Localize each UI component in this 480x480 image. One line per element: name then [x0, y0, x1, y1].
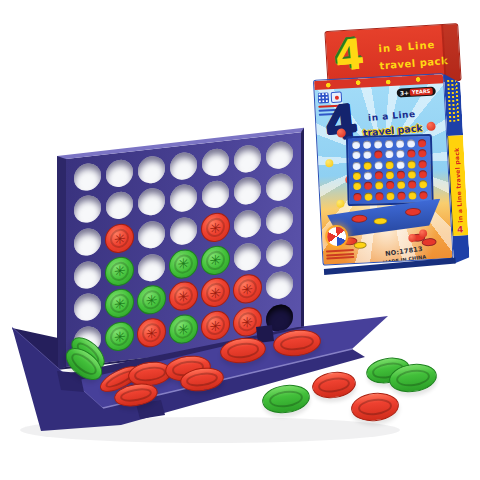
empty-hole — [234, 209, 261, 239]
red-disc: ✳ — [201, 309, 230, 341]
mini-yellow-disc — [397, 181, 405, 189]
mini-red-disc — [375, 171, 383, 179]
cell-r4c5: ✳ — [199, 242, 231, 278]
cell-r3c6 — [231, 206, 263, 242]
empty-hole — [74, 227, 101, 257]
mini-hole — [352, 141, 360, 149]
cell-r1c4 — [168, 148, 200, 184]
cell-r2c6 — [231, 173, 263, 209]
cell-r6c2: ✳ — [104, 318, 136, 354]
mini-yellow-disc — [353, 182, 361, 190]
age-badge-word: YEARS — [410, 88, 433, 96]
mini-yellow-disc — [408, 171, 416, 179]
mini-yellow-disc — [375, 182, 383, 190]
mini-hole — [374, 161, 382, 169]
flap-line2: travel pack — [379, 55, 448, 71]
cell-r3c3 — [136, 217, 168, 253]
flap-line1: in a Line — [378, 39, 436, 54]
cell-r4c6 — [231, 239, 263, 275]
mini-red-disc — [353, 193, 361, 201]
cell-r4c1 — [72, 257, 104, 293]
age-badge-prefix: 3+ — [400, 89, 410, 95]
empty-hole — [74, 260, 101, 290]
spine-four-glyph: 4 — [457, 224, 464, 234]
mini-red-disc — [419, 170, 427, 178]
empty-hole — [234, 242, 261, 272]
mini-yellow-disc — [409, 191, 417, 199]
cell-r6c3: ✳ — [136, 315, 168, 351]
cell-r5c4: ✳ — [168, 278, 200, 314]
mini-hole — [407, 140, 415, 148]
cell-r6c4: ✳ — [168, 311, 200, 347]
cell-r1c1 — [72, 159, 104, 195]
cell-r5c6: ✳ — [231, 271, 263, 307]
mini-red-disc — [397, 171, 405, 179]
game-board: ✳✳✳✳✳✳✳✳✳✳✳✳✳✳✳ — [57, 128, 304, 370]
mini-hole — [396, 140, 404, 148]
cell-r3c5: ✳ — [199, 209, 231, 245]
mini-hole — [352, 151, 360, 159]
cell-r4c2: ✳ — [104, 253, 136, 289]
product-box: 3+ YEARS 4 4 in a Line travel pack — [313, 70, 470, 277]
empty-hole — [266, 173, 293, 203]
green-disc: ✳ — [105, 255, 134, 287]
green-disc: ✳ — [169, 248, 198, 280]
empty-hole — [170, 216, 197, 246]
box-illustration-board — [346, 134, 434, 206]
green-disc: ✳ — [201, 244, 230, 276]
cell-r5c3: ✳ — [136, 282, 168, 318]
mini-red-disc — [364, 182, 372, 190]
empty-hole — [74, 194, 101, 224]
cell-r3c4 — [168, 213, 200, 249]
cell-r4c7 — [263, 235, 295, 271]
mini-yellow-disc — [420, 181, 428, 189]
mini-hole — [397, 161, 405, 169]
empty-hole — [266, 238, 293, 268]
mini-yellow-disc — [364, 192, 372, 200]
spine-line2: travel pack — [452, 148, 461, 190]
cell-r5c7 — [263, 268, 295, 304]
cell-r6c5: ✳ — [199, 307, 231, 343]
box-front-face: 3+ YEARS 4 4 in a Line travel pack — [313, 73, 454, 266]
cell-r3c2: ✳ — [104, 220, 136, 256]
mini-hole — [396, 150, 404, 158]
mini-red-disc — [420, 191, 428, 199]
mini-yellow-disc — [363, 161, 371, 169]
board-grid: ✳✳✳✳✳✳✳✳✳✳✳✳✳✳✳ — [66, 132, 301, 367]
red-disc — [350, 391, 401, 424]
mini-red-disc — [375, 192, 383, 200]
cell-r2c3 — [136, 184, 168, 220]
mini-red-disc — [408, 150, 416, 158]
green-disc — [260, 382, 311, 416]
mini-yellow-disc — [386, 161, 394, 169]
spine-top — [444, 73, 463, 136]
empty-hole-dark — [266, 303, 293, 333]
cell-r5c2: ✳ — [104, 286, 136, 322]
flap-four-glyph: 4 4 — [332, 32, 365, 77]
mini-red-disc — [418, 139, 426, 147]
red-disc — [310, 369, 357, 401]
empty-hole — [202, 147, 229, 177]
cell-r4c4: ✳ — [168, 246, 200, 282]
cell-r1c6 — [231, 141, 263, 177]
empty-hole — [138, 155, 165, 185]
red-disc: ✳ — [233, 306, 262, 338]
mini-yellow-disc — [386, 192, 394, 200]
empty-hole — [138, 187, 165, 217]
red-disc: ✳ — [201, 211, 230, 243]
mini-hole — [364, 172, 372, 180]
mini-hole — [352, 162, 360, 170]
cell-r1c2 — [104, 155, 136, 191]
cell-r1c7 — [263, 137, 295, 173]
empty-hole — [234, 144, 261, 174]
cell-r5c1 — [72, 289, 104, 325]
cell-r3c7 — [263, 202, 295, 238]
mini-hole — [385, 150, 393, 158]
empty-hole — [170, 151, 197, 181]
red-disc: ✳ — [105, 222, 134, 254]
empty-hole — [266, 140, 293, 170]
empty-hole — [234, 176, 261, 206]
mini-red-disc — [419, 160, 427, 168]
empty-hole — [74, 292, 101, 322]
green-disc: ✳ — [105, 288, 134, 320]
empty-hole — [170, 184, 197, 214]
cell-r3c1 — [72, 224, 104, 260]
cell-r1c3 — [136, 151, 168, 187]
empty-hole — [266, 271, 293, 301]
cell-r5c5: ✳ — [199, 275, 231, 311]
red-disc: ✳ — [137, 317, 166, 349]
product-photo: 4 4 in a Line travel pack 3+ YEARS 4 4 — [0, 0, 480, 480]
red-disc: ✳ — [169, 280, 198, 312]
mini-hole — [374, 140, 382, 148]
mini-hole — [385, 140, 393, 148]
four-glyph-dots: 4 — [332, 32, 365, 77]
mini-red-disc — [419, 150, 427, 158]
mini-yellow-disc — [386, 171, 394, 179]
green-disc: ✳ — [105, 320, 134, 352]
empty-hole — [266, 205, 293, 235]
cell-r2c1 — [72, 191, 104, 227]
empty-hole — [138, 253, 165, 283]
spine-line1: in a Line — [455, 191, 464, 223]
mini-yellow-disc — [408, 160, 416, 168]
empty-hole — [106, 158, 133, 188]
empty-hole — [106, 191, 133, 221]
red-disc: ✳ — [233, 273, 262, 305]
cell-r2c2 — [104, 188, 136, 224]
fine-print-bars — [326, 249, 355, 261]
cell-r1c5 — [199, 144, 231, 180]
mini-red-disc — [397, 191, 405, 199]
empty-hole — [202, 180, 229, 210]
red-disc: ✳ — [201, 277, 230, 309]
mini-yellow-disc — [352, 172, 360, 180]
cell-r2c7 — [263, 170, 295, 206]
mini-hole — [363, 151, 371, 159]
mini-red-disc — [386, 181, 394, 189]
mini-red-disc — [374, 151, 382, 159]
green-disc: ✳ — [137, 284, 166, 316]
mini-hole — [363, 141, 371, 149]
empty-hole — [138, 220, 165, 250]
mini-red-disc — [408, 181, 416, 189]
cell-r2c4 — [168, 180, 200, 216]
cell-r6c6: ✳ — [231, 304, 263, 340]
green-disc: ✳ — [169, 313, 198, 345]
empty-hole — [74, 162, 101, 192]
cell-r4c3 — [136, 249, 168, 285]
cell-r2c5 — [199, 177, 231, 213]
